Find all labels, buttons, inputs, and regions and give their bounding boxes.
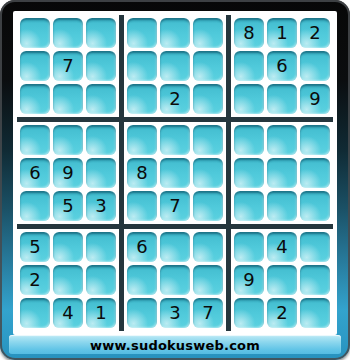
cell-r4c3[interactable] — [86, 125, 116, 155]
cell-r6c6[interactable] — [193, 191, 223, 221]
cell-r6c7[interactable] — [234, 191, 264, 221]
box-2-3 — [231, 122, 333, 224]
cell-r7c9[interactable] — [300, 232, 330, 262]
cell-r7c8[interactable]: 4 — [267, 232, 297, 262]
cell-r1c8[interactable]: 1 — [267, 18, 297, 48]
cell-r1c3[interactable] — [86, 18, 116, 48]
cell-r6c3[interactable]: 3 — [86, 191, 116, 221]
cell-r8c5[interactable] — [160, 265, 190, 295]
cell-r3c9[interactable]: 9 — [300, 84, 330, 114]
cell-r2c7[interactable] — [234, 51, 264, 81]
cell-r4c1[interactable] — [20, 125, 50, 155]
cell-r4c6[interactable] — [193, 125, 223, 155]
cell-r6c5[interactable]: 7 — [160, 191, 190, 221]
cell-r3c8[interactable] — [267, 84, 297, 114]
box-2-1: 6953 — [17, 122, 119, 224]
cell-r4c5[interactable] — [160, 125, 190, 155]
cell-r5c1[interactable]: 6 — [20, 158, 50, 188]
cell-r3c7[interactable] — [234, 84, 264, 114]
box-grid: 72812696953875241637492 — [17, 15, 333, 331]
cell-r6c8[interactable] — [267, 191, 297, 221]
box-1-1: 7 — [17, 15, 119, 117]
cell-r5c2[interactable]: 9 — [53, 158, 83, 188]
cell-r1c7[interactable]: 8 — [234, 18, 264, 48]
cell-r8c2[interactable] — [53, 265, 83, 295]
cell-r6c2[interactable]: 5 — [53, 191, 83, 221]
cell-r6c9[interactable] — [300, 191, 330, 221]
cell-r1c9[interactable]: 2 — [300, 18, 330, 48]
cell-r8c1[interactable]: 2 — [20, 265, 50, 295]
box-3-1: 5241 — [17, 229, 119, 331]
cell-r7c3[interactable] — [86, 232, 116, 262]
cell-r7c5[interactable] — [160, 232, 190, 262]
cell-r3c5[interactable]: 2 — [160, 84, 190, 114]
cell-r8c7[interactable]: 9 — [234, 265, 264, 295]
cell-r9c3[interactable]: 1 — [86, 298, 116, 328]
cell-r9c7[interactable] — [234, 298, 264, 328]
cell-r2c2[interactable]: 7 — [53, 51, 83, 81]
cell-r3c2[interactable] — [53, 84, 83, 114]
box-3-3: 492 — [231, 229, 333, 331]
cell-r5c5[interactable] — [160, 158, 190, 188]
site-url[interactable]: www.sudokusweb.com — [90, 338, 260, 353]
cell-r4c7[interactable] — [234, 125, 264, 155]
cell-r2c6[interactable] — [193, 51, 223, 81]
cell-r9c1[interactable] — [20, 298, 50, 328]
cell-r2c3[interactable] — [86, 51, 116, 81]
cell-r2c1[interactable] — [20, 51, 50, 81]
cell-r9c2[interactable]: 4 — [53, 298, 83, 328]
cell-r9c9[interactable] — [300, 298, 330, 328]
cell-r3c1[interactable] — [20, 84, 50, 114]
box-2-2: 87 — [124, 122, 226, 224]
cell-r6c1[interactable] — [20, 191, 50, 221]
cell-r7c4[interactable]: 6 — [127, 232, 157, 262]
cell-r4c4[interactable] — [127, 125, 157, 155]
footer-bar: www.sudokusweb.com — [9, 335, 341, 354]
cell-r5c9[interactable] — [300, 158, 330, 188]
cell-r2c9[interactable] — [300, 51, 330, 81]
cell-r1c4[interactable] — [127, 18, 157, 48]
cell-r3c3[interactable] — [86, 84, 116, 114]
cell-r9c8[interactable]: 2 — [267, 298, 297, 328]
cell-r2c8[interactable]: 6 — [267, 51, 297, 81]
cell-r3c4[interactable] — [127, 84, 157, 114]
grid-panel: 72812696953875241637492 — [13, 11, 337, 335]
cell-r1c6[interactable] — [193, 18, 223, 48]
cell-r8c6[interactable] — [193, 265, 223, 295]
cell-r9c4[interactable] — [127, 298, 157, 328]
cell-r7c2[interactable] — [53, 232, 83, 262]
cell-r1c5[interactable] — [160, 18, 190, 48]
box-1-3: 81269 — [231, 15, 333, 117]
cell-r8c8[interactable] — [267, 265, 297, 295]
cell-r4c9[interactable] — [300, 125, 330, 155]
cell-r2c4[interactable] — [127, 51, 157, 81]
cell-r1c2[interactable] — [53, 18, 83, 48]
cell-r8c4[interactable] — [127, 265, 157, 295]
cell-r7c7[interactable] — [234, 232, 264, 262]
cell-r6c4[interactable] — [127, 191, 157, 221]
cell-r4c8[interactable] — [267, 125, 297, 155]
cell-r5c7[interactable] — [234, 158, 264, 188]
cell-r4c2[interactable] — [53, 125, 83, 155]
cell-r5c3[interactable] — [86, 158, 116, 188]
cell-r5c6[interactable] — [193, 158, 223, 188]
cell-r1c1[interactable] — [20, 18, 50, 48]
cell-r3c6[interactable] — [193, 84, 223, 114]
sudoku-board: 72812696953875241637492 www.sudokusweb.c… — [0, 0, 350, 360]
box-1-2: 2 — [124, 15, 226, 117]
cell-r9c5[interactable]: 3 — [160, 298, 190, 328]
cell-r9c6[interactable]: 7 — [193, 298, 223, 328]
cell-r5c8[interactable] — [267, 158, 297, 188]
cell-r5c4[interactable]: 8 — [127, 158, 157, 188]
cell-r7c1[interactable]: 5 — [20, 232, 50, 262]
box-3-2: 637 — [124, 229, 226, 331]
cell-r8c9[interactable] — [300, 265, 330, 295]
cell-r2c5[interactable] — [160, 51, 190, 81]
cell-r8c3[interactable] — [86, 265, 116, 295]
cell-r7c6[interactable] — [193, 232, 223, 262]
